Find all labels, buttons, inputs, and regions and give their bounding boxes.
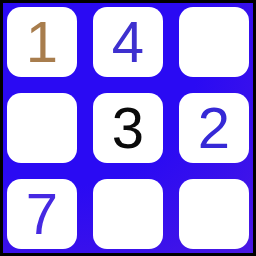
cell-r2c2[interactable] bbox=[179, 179, 249, 249]
cell-r2c1[interactable] bbox=[93, 179, 163, 249]
cell-r0c1[interactable]: 4 bbox=[93, 7, 163, 77]
cell-r2c0[interactable]: 7 bbox=[7, 179, 77, 249]
board-frame: 1 4 3 2 7 bbox=[0, 0, 256, 256]
cell-r0c0[interactable]: 1 bbox=[7, 7, 77, 77]
cell-r1c0[interactable] bbox=[7, 93, 77, 163]
cell-r1c2[interactable]: 2 bbox=[179, 93, 249, 163]
cell-r1c1[interactable]: 3 bbox=[93, 93, 163, 163]
sudoku-grid: 1 4 3 2 7 bbox=[3, 3, 253, 253]
cell-r0c2[interactable] bbox=[179, 7, 249, 77]
